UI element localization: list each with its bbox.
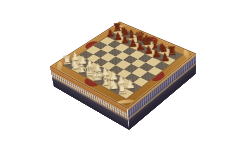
chess-set-photo: ♜♞♝♛♚♝♞♜♟♟♟♟♟♟♟♟♟♟♟♟♟♟♟♟♜♞♝♛♚♝♞♜: [0, 0, 240, 150]
white-rook: ♜: [116, 83, 128, 97]
black-pawn: ♟: [160, 52, 170, 63]
chess-box: ♜♞♝♛♚♝♞♜♟♟♟♟♟♟♟♟♟♟♟♟♟♟♟♟♜♞♝♛♚♝♞♜: [50, 22, 197, 109]
chess-box-scene: ♜♞♝♛♚♝♞♜♟♟♟♟♟♟♟♟♟♟♟♟♟♟♟♟♜♞♝♛♚♝♞♜: [67, 4, 180, 117]
carved-leaf-motif: [117, 99, 134, 104]
square-h5: [147, 66, 162, 75]
